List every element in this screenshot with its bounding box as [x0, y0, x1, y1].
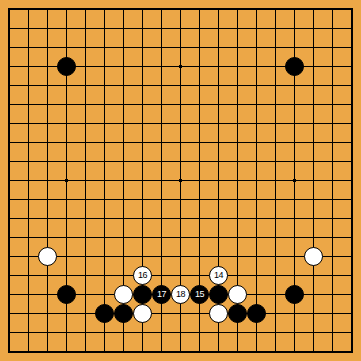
stone-white-M3 [209, 304, 228, 323]
stone-white-R6 [304, 247, 323, 266]
stone-black-O3 [247, 304, 266, 323]
stone-white-H5: 16 [133, 266, 152, 285]
stone-black-Q16 [285, 57, 304, 76]
stone-black-M4 [209, 285, 228, 304]
stone-white-H3 [133, 304, 152, 323]
stone-black-D16 [57, 57, 76, 76]
stone-black-N3 [228, 304, 247, 323]
stone-black-G3 [114, 304, 133, 323]
stone-black-J4: 17 [152, 285, 171, 304]
stone-black-H4 [133, 285, 152, 304]
stone-black-D4 [57, 285, 76, 304]
stone-white-G4 [114, 285, 133, 304]
move-number-label: 16 [138, 271, 147, 280]
stone-black-Q4 [285, 285, 304, 304]
stone-white-K4: 18 [171, 285, 190, 304]
stone-white-C6 [38, 247, 57, 266]
move-number-label: 15 [195, 290, 204, 299]
move-number-label: 17 [157, 290, 166, 299]
stone-black-L4: 15 [190, 285, 209, 304]
stone-white-M5: 14 [209, 266, 228, 285]
stone-white-N4 [228, 285, 247, 304]
move-number-label: 14 [214, 271, 223, 280]
go-board-diagram: 1614171815 [0, 0, 361, 361]
board-stones: 1614171815 [0, 0, 361, 361]
move-number-label: 18 [176, 290, 185, 299]
stone-black-F3 [95, 304, 114, 323]
